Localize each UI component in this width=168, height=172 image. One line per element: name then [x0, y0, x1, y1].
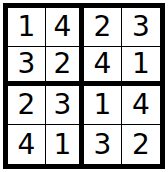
cell-r1c1[interactable]: 1: [8, 8, 46, 47]
cell-r1c4[interactable]: 3: [122, 8, 160, 47]
page: 1423324123144132: [0, 0, 168, 172]
cell-r3c2[interactable]: 3: [46, 86, 84, 125]
cell-r4c1[interactable]: 4: [8, 125, 46, 164]
cell-r3c3[interactable]: 1: [84, 86, 122, 125]
cell-r4c3[interactable]: 3: [84, 125, 122, 164]
cell-r2c1[interactable]: 3: [8, 47, 46, 86]
cell-r1c3[interactable]: 2: [84, 8, 122, 47]
sudoku-board: 1423324123144132: [3, 3, 165, 169]
cell-r1c2[interactable]: 4: [46, 8, 84, 47]
cell-r3c1[interactable]: 2: [8, 86, 46, 125]
cell-r2c2[interactable]: 2: [46, 47, 84, 86]
cell-r4c2[interactable]: 1: [46, 125, 84, 164]
cell-r2c3[interactable]: 4: [84, 47, 122, 86]
cell-r3c4[interactable]: 4: [122, 86, 160, 125]
cell-r2c4[interactable]: 1: [122, 47, 160, 86]
cell-r4c4[interactable]: 2: [122, 125, 160, 164]
